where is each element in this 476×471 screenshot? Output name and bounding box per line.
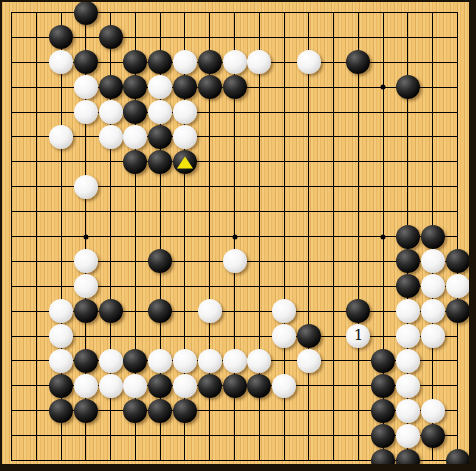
stone-white[interactable] [396,299,420,323]
stone-white[interactable] [99,374,123,398]
stone-white[interactable] [446,274,469,298]
stone-white[interactable] [173,100,197,124]
stone-white[interactable] [49,50,73,74]
stone-black[interactable] [396,75,420,99]
stone-white[interactable] [49,324,73,348]
stone-black[interactable] [123,349,147,373]
stone-white[interactable] [421,299,445,323]
stone-black[interactable] [223,374,247,398]
stone-black[interactable] [371,399,395,423]
stone-white[interactable] [49,299,73,323]
stone-white[interactable] [421,249,445,273]
stone-white[interactable] [421,399,445,423]
stone-black[interactable] [223,75,247,99]
stone-white[interactable] [148,349,172,373]
triangle-marker [177,156,193,168]
stone-black[interactable] [123,100,147,124]
stone-black[interactable] [123,150,147,174]
stone-white[interactable] [173,374,197,398]
go-game-screenshot: 1 [0,0,476,471]
move-number-label: 1 [354,328,364,343]
grid-line-vertical [308,12,309,461]
stone-black[interactable] [99,75,123,99]
stone-black[interactable] [74,50,98,74]
stone-black[interactable] [371,374,395,398]
stone-white[interactable] [74,249,98,273]
stone-black[interactable] [148,249,172,273]
stone-white[interactable] [99,100,123,124]
stone-white[interactable] [396,399,420,423]
stone-white[interactable] [421,324,445,348]
star-point [83,234,88,239]
stone-white[interactable] [123,125,147,149]
stone-white[interactable] [173,349,197,373]
stone-black[interactable] [74,349,98,373]
stone-white[interactable] [272,374,296,398]
stone-black[interactable] [148,399,172,423]
stone-black[interactable] [346,50,370,74]
stone-black[interactable] [421,225,445,249]
stone-white[interactable] [297,349,321,373]
stone-black[interactable] [371,449,395,464]
stone-white[interactable] [396,424,420,448]
stone-black[interactable] [74,2,98,25]
stone-black[interactable] [371,349,395,373]
stone-white[interactable] [74,175,98,199]
stone-black[interactable] [148,150,172,174]
grid-line-vertical [333,12,334,461]
stone-black[interactable] [123,50,147,74]
stone-white[interactable] [247,50,271,74]
stone-black[interactable] [198,374,222,398]
stone-white[interactable] [297,50,321,74]
stone-black[interactable] [396,249,420,273]
stone-black[interactable] [99,299,123,323]
stone-black[interactable] [49,374,73,398]
star-point [381,85,386,90]
stone-black[interactable] [297,324,321,348]
stone-white[interactable] [74,75,98,99]
stone-black[interactable] [173,399,197,423]
stone-white[interactable] [173,125,197,149]
stone-white[interactable] [74,274,98,298]
stone-white[interactable] [123,374,147,398]
stone-black[interactable] [396,449,420,464]
stone-black[interactable] [346,299,370,323]
star-point [232,234,237,239]
go-board[interactable]: 1 [2,2,469,464]
stone-black[interactable] [371,424,395,448]
stone-black[interactable] [446,299,469,323]
stone-black[interactable] [74,299,98,323]
stone-white[interactable] [198,299,222,323]
grid-line-vertical [457,12,458,461]
stone-black[interactable] [421,424,445,448]
stone-black[interactable] [396,225,420,249]
stone-black[interactable] [74,399,98,423]
stone-black[interactable] [49,399,73,423]
stone-white[interactable] [99,349,123,373]
stone-black[interactable] [446,249,469,273]
stone-black[interactable] [198,75,222,99]
stone-white[interactable] [396,324,420,348]
stone-white[interactable] [49,125,73,149]
stone-black[interactable] [148,374,172,398]
grid-line-horizontal [11,336,458,337]
stone-black[interactable] [148,299,172,323]
stone-black[interactable] [173,75,197,99]
stone-white[interactable] [396,349,420,373]
stone-black[interactable] [148,125,172,149]
stone-black[interactable] [198,50,222,74]
stone-white[interactable] [74,100,98,124]
stone-black[interactable] [396,274,420,298]
stone-black[interactable] [123,75,147,99]
star-point [381,234,386,239]
stone-white[interactable] [223,249,247,273]
stone-black[interactable] [446,449,469,464]
stone-black[interactable] [123,399,147,423]
stone-white[interactable] [148,100,172,124]
stone-black[interactable] [49,25,73,49]
stone-white[interactable] [272,324,296,348]
stone-white[interactable] [173,50,197,74]
stone-black[interactable] [99,25,123,49]
stone-white[interactable] [74,374,98,398]
stone-white[interactable] [247,349,271,373]
grid-line-vertical [358,12,359,461]
stone-white[interactable] [421,274,445,298]
stone-white[interactable] [198,349,222,373]
stone-white[interactable] [223,50,247,74]
stone-white[interactable] [49,349,73,373]
stone-black[interactable] [247,374,271,398]
stone-white[interactable] [223,349,247,373]
stone-white[interactable] [396,374,420,398]
stone-white[interactable] [148,75,172,99]
stone-white[interactable] [272,299,296,323]
stone-black[interactable] [148,50,172,74]
stone-white[interactable] [99,125,123,149]
